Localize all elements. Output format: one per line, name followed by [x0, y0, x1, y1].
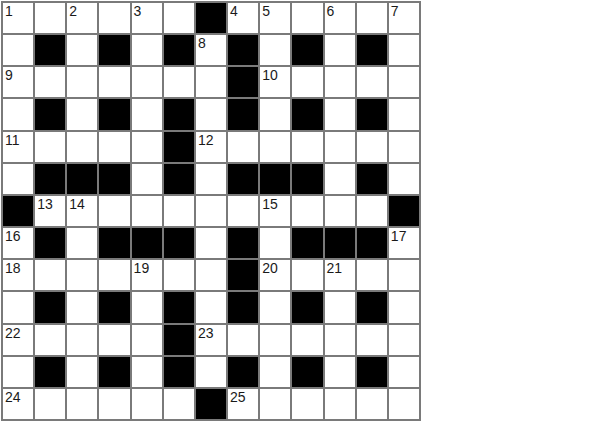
grid-cell-r10c7[interactable] [228, 325, 258, 355]
grid-cell-r10c2[interactable] [67, 325, 97, 355]
grid-cell-r1c10[interactable] [325, 35, 355, 65]
grid-cell-r2c9[interactable] [292, 67, 322, 97]
clue-number-6: 6 [327, 3, 335, 19]
blocked-cell-r9c9 [292, 292, 322, 322]
clue-number-4: 4 [230, 3, 238, 19]
grid-cell-r9c12[interactable] [389, 292, 419, 322]
grid-cell-r11c12[interactable] [389, 357, 419, 387]
clue-number-19: 19 [134, 260, 150, 276]
grid-cell-r0c10[interactable]: 6 [325, 3, 355, 33]
crossword-grid: 1234567891011121314151617181920212223242… [1, 1, 421, 421]
blocked-cell-r1c1 [35, 35, 65, 65]
grid-cell-r6c6[interactable] [196, 196, 226, 226]
blocked-cell-r9c1 [35, 292, 65, 322]
blocked-cell-r7c10 [325, 228, 355, 258]
clue-number-12: 12 [198, 132, 214, 148]
grid-cell-r10c10[interactable] [325, 325, 355, 355]
grid-cell-r4c0[interactable]: 11 [3, 132, 33, 162]
clue-number-8: 8 [198, 35, 206, 51]
grid-cell-r12c9[interactable] [292, 389, 322, 419]
blocked-cell-r5c2 [67, 164, 97, 194]
grid-cell-r0c9[interactable] [292, 3, 322, 33]
crossword-page: 1234567891011121314151617181920212223242… [0, 0, 600, 427]
grid-cell-r7c6[interactable] [196, 228, 226, 258]
blocked-cell-r5c8 [260, 164, 290, 194]
clue-number-23: 23 [198, 325, 214, 341]
grid-cell-r0c1[interactable] [35, 3, 65, 33]
clue-number-22: 22 [5, 325, 21, 341]
blocked-cell-r8c7 [228, 260, 258, 290]
blocked-cell-r5c1 [35, 164, 65, 194]
grid-cell-r12c4[interactable] [132, 389, 162, 419]
blocked-cell-r5c9 [292, 164, 322, 194]
grid-cell-r12c5[interactable] [164, 389, 194, 419]
blocked-cell-r7c7 [228, 228, 258, 258]
grid-cell-r6c5[interactable] [164, 196, 194, 226]
grid-cell-r8c10[interactable]: 21 [325, 260, 355, 290]
grid-cell-r4c2[interactable] [67, 132, 97, 162]
clue-number-13: 13 [37, 196, 53, 212]
grid-cell-r6c8[interactable]: 15 [260, 196, 290, 226]
grid-cell-r5c4[interactable] [132, 164, 162, 194]
grid-cell-r12c10[interactable] [325, 389, 355, 419]
clue-number-7: 7 [391, 3, 399, 19]
grid-cell-r3c12[interactable] [389, 99, 419, 129]
blocked-cell-r9c5 [164, 292, 194, 322]
grid-cell-r2c3[interactable] [99, 67, 129, 97]
grid-cell-r8c8[interactable]: 20 [260, 260, 290, 290]
grid-cell-r10c0[interactable]: 22 [3, 325, 33, 355]
blocked-cell-r3c7 [228, 99, 258, 129]
blocked-cell-r12c6 [196, 389, 226, 419]
grid-cell-r4c7[interactable] [228, 132, 258, 162]
grid-cell-r9c4[interactable] [132, 292, 162, 322]
blocked-cell-r7c5 [164, 228, 194, 258]
blocked-cell-r11c5 [164, 357, 194, 387]
clue-number-2: 2 [69, 3, 77, 19]
blocked-cell-r5c11 [357, 164, 387, 194]
blocked-cell-r5c7 [228, 164, 258, 194]
grid-cell-r12c2[interactable] [67, 389, 97, 419]
grid-cell-r4c3[interactable] [99, 132, 129, 162]
grid-cell-r0c3[interactable] [99, 3, 129, 33]
grid-cell-r4c9[interactable] [292, 132, 322, 162]
grid-cell-r8c9[interactable] [292, 260, 322, 290]
grid-cell-r10c11[interactable] [357, 325, 387, 355]
blocked-cell-r3c5 [164, 99, 194, 129]
grid-cell-r8c3[interactable] [99, 260, 129, 290]
grid-cell-r10c12[interactable] [389, 325, 419, 355]
grid-cell-r7c8[interactable] [260, 228, 290, 258]
grid-cell-r6c1[interactable]: 13 [35, 196, 65, 226]
grid-cell-r12c7[interactable]: 25 [228, 389, 258, 419]
blocked-cell-r7c3 [99, 228, 129, 258]
grid-cell-r12c8[interactable] [260, 389, 290, 419]
grid-cell-r5c6[interactable] [196, 164, 226, 194]
blocked-cell-r0c6 [196, 3, 226, 33]
blocked-cell-r5c3 [99, 164, 129, 194]
blocked-cell-r1c5 [164, 35, 194, 65]
blocked-cell-r9c11 [357, 292, 387, 322]
grid-cell-r2c0[interactable]: 9 [3, 67, 33, 97]
grid-cell-r2c11[interactable] [357, 67, 387, 97]
blocked-cell-r3c1 [35, 99, 65, 129]
grid-cell-r2c5[interactable] [164, 67, 194, 97]
grid-cell-r4c10[interactable] [325, 132, 355, 162]
clue-number-15: 15 [262, 196, 278, 212]
grid-cell-r3c6[interactable] [196, 99, 226, 129]
grid-cell-r0c12[interactable]: 7 [389, 3, 419, 33]
grid-cell-r6c10[interactable] [325, 196, 355, 226]
grid-cell-r10c3[interactable] [99, 325, 129, 355]
clue-number-5: 5 [262, 3, 270, 19]
grid-cell-r0c11[interactable] [357, 3, 387, 33]
blocked-cell-r11c7 [228, 357, 258, 387]
grid-cell-r1c2[interactable] [67, 35, 97, 65]
blocked-cell-r1c3 [99, 35, 129, 65]
grid-cell-r6c3[interactable] [99, 196, 129, 226]
grid-cell-r7c0[interactable]: 16 [3, 228, 33, 258]
grid-cell-r11c8[interactable] [260, 357, 290, 387]
grid-cell-r8c6[interactable] [196, 260, 226, 290]
grid-cell-r8c11[interactable] [357, 260, 387, 290]
grid-cell-r11c2[interactable] [67, 357, 97, 387]
grid-cell-r1c6[interactable]: 8 [196, 35, 226, 65]
blocked-cell-r3c3 [99, 99, 129, 129]
clue-number-25: 25 [230, 389, 246, 405]
grid-cell-r10c4[interactable] [132, 325, 162, 355]
grid-cell-r11c4[interactable] [132, 357, 162, 387]
grid-cell-r9c0[interactable] [3, 292, 33, 322]
grid-cell-r12c1[interactable] [35, 389, 65, 419]
grid-cell-r1c8[interactable] [260, 35, 290, 65]
blocked-cell-r10c5 [164, 325, 194, 355]
grid-cell-r6c4[interactable] [132, 196, 162, 226]
blocked-cell-r7c1 [35, 228, 65, 258]
blocked-cell-r6c12 [389, 196, 419, 226]
grid-cell-r1c4[interactable] [132, 35, 162, 65]
blocked-cell-r7c9 [292, 228, 322, 258]
grid-cell-r11c0[interactable] [3, 357, 33, 387]
grid-cell-r8c1[interactable] [35, 260, 65, 290]
grid-cell-r10c9[interactable] [292, 325, 322, 355]
grid-cell-r2c6[interactable] [196, 67, 226, 97]
grid-cell-r12c11[interactable] [357, 389, 387, 419]
grid-cell-r6c2[interactable]: 14 [67, 196, 97, 226]
grid-cell-r6c7[interactable] [228, 196, 258, 226]
grid-cell-r11c10[interactable] [325, 357, 355, 387]
blocked-cell-r9c3 [99, 292, 129, 322]
clue-number-10: 10 [262, 67, 278, 83]
grid-cell-r4c4[interactable] [132, 132, 162, 162]
grid-cell-r7c2[interactable] [67, 228, 97, 258]
clue-number-24: 24 [5, 389, 21, 405]
grid-cell-r4c8[interactable] [260, 132, 290, 162]
grid-cell-r4c11[interactable] [357, 132, 387, 162]
clue-number-14: 14 [69, 196, 85, 212]
grid-cell-r12c0[interactable]: 24 [3, 389, 33, 419]
grid-cell-r3c0[interactable] [3, 99, 33, 129]
grid-cell-r0c7[interactable]: 4 [228, 3, 258, 33]
grid-cell-r9c6[interactable] [196, 292, 226, 322]
grid-cell-r8c5[interactable] [164, 260, 194, 290]
blocked-cell-r9c7 [228, 292, 258, 322]
grid-cell-r8c2[interactable] [67, 260, 97, 290]
blocked-cell-r5c5 [164, 164, 194, 194]
grid-cell-r5c10[interactable] [325, 164, 355, 194]
grid-cell-r5c12[interactable] [389, 164, 419, 194]
blocked-cell-r4c5 [164, 132, 194, 162]
grid-cell-r0c5[interactable] [164, 3, 194, 33]
blocked-cell-r1c9 [292, 35, 322, 65]
grid-cell-r2c8[interactable]: 10 [260, 67, 290, 97]
clue-number-18: 18 [5, 260, 21, 276]
blocked-cell-r7c11 [357, 228, 387, 258]
grid-cell-r2c12[interactable] [389, 67, 419, 97]
grid-cell-r3c8[interactable] [260, 99, 290, 129]
grid-cell-r2c1[interactable] [35, 67, 65, 97]
blocked-cell-r11c1 [35, 357, 65, 387]
grid-cell-r7c12[interactable]: 17 [389, 228, 419, 258]
blocked-cell-r11c11 [357, 357, 387, 387]
grid-cell-r10c6[interactable]: 23 [196, 325, 226, 355]
grid-cell-r0c0[interactable]: 1 [3, 3, 33, 33]
grid-cell-r1c12[interactable] [389, 35, 419, 65]
grid-cell-r8c12[interactable] [389, 260, 419, 290]
clue-number-20: 20 [262, 260, 278, 276]
grid-cell-r2c4[interactable] [132, 67, 162, 97]
grid-cell-r9c8[interactable] [260, 292, 290, 322]
grid-cell-r0c4[interactable]: 3 [132, 3, 162, 33]
grid-cell-r12c3[interactable] [99, 389, 129, 419]
blocked-cell-r11c9 [292, 357, 322, 387]
grid-cell-r2c10[interactable] [325, 67, 355, 97]
blocked-cell-r6c0 [3, 196, 33, 226]
clue-number-11: 11 [5, 132, 20, 148]
clue-number-9: 9 [5, 67, 13, 83]
clue-number-16: 16 [5, 228, 21, 244]
clue-number-21: 21 [327, 260, 343, 276]
grid-cell-r4c6[interactable]: 12 [196, 132, 226, 162]
grid-cell-r3c10[interactable] [325, 99, 355, 129]
blocked-cell-r1c11 [357, 35, 387, 65]
grid-cell-r1c0[interactable] [3, 35, 33, 65]
blocked-cell-r11c3 [99, 357, 129, 387]
grid-cell-r6c9[interactable] [292, 196, 322, 226]
clue-number-17: 17 [391, 228, 407, 244]
grid-cell-r0c2[interactable]: 2 [67, 3, 97, 33]
grid-cell-r10c1[interactable] [35, 325, 65, 355]
blocked-cell-r7c4 [132, 228, 162, 258]
grid-cell-r3c2[interactable] [67, 99, 97, 129]
grid-cell-r10c8[interactable] [260, 325, 290, 355]
blocked-cell-r2c7 [228, 67, 258, 97]
clue-number-1: 1 [5, 3, 13, 19]
grid-cell-r8c4[interactable]: 19 [132, 260, 162, 290]
grid-cell-r0c8[interactable]: 5 [260, 3, 290, 33]
grid-cell-r4c12[interactable] [389, 132, 419, 162]
blocked-cell-r3c11 [357, 99, 387, 129]
grid-cell-r6c11[interactable] [357, 196, 387, 226]
grid-cell-r5c0[interactable] [3, 164, 33, 194]
blocked-cell-r3c9 [292, 99, 322, 129]
grid-cell-r8c0[interactable]: 18 [3, 260, 33, 290]
grid-cell-r11c6[interactable] [196, 357, 226, 387]
clue-number-3: 3 [134, 3, 142, 19]
grid-cell-r4c1[interactable] [35, 132, 65, 162]
blocked-cell-r1c7 [228, 35, 258, 65]
grid-cell-r3c4[interactable] [132, 99, 162, 129]
grid-cell-r9c2[interactable] [67, 292, 97, 322]
grid-cell-r12c12[interactable] [389, 389, 419, 419]
grid-cell-r2c2[interactable] [67, 67, 97, 97]
grid-cell-r9c10[interactable] [325, 292, 355, 322]
